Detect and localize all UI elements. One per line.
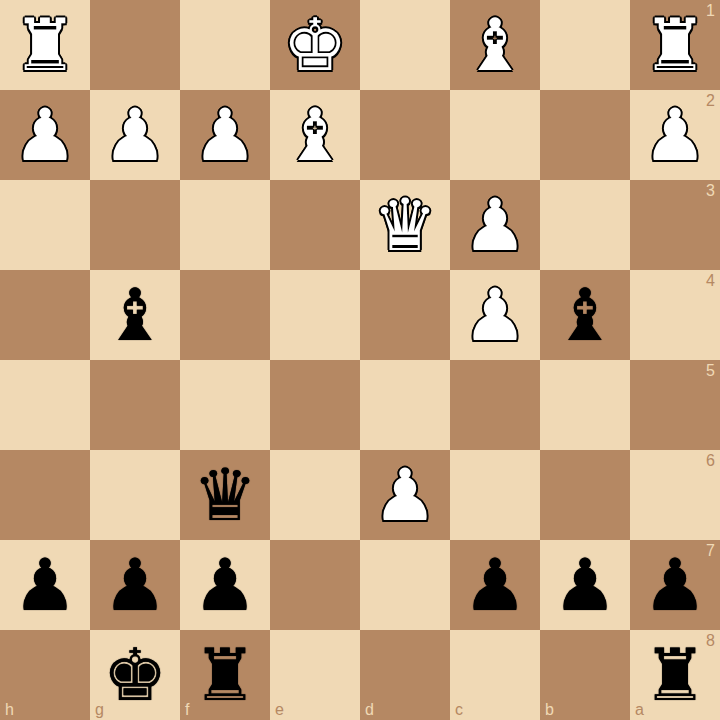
file-label-c: c <box>455 701 463 719</box>
square-d8[interactable]: d <box>360 630 450 720</box>
piece-white-pawn[interactable]: ♟ <box>463 270 528 360</box>
piece-white-pawn[interactable]: ♟ <box>643 90 708 180</box>
square-b5[interactable] <box>540 360 630 450</box>
square-h6[interactable] <box>0 450 90 540</box>
square-c2[interactable] <box>450 90 540 180</box>
square-c6[interactable] <box>450 450 540 540</box>
square-f2[interactable]: ♟ <box>180 90 270 180</box>
rank-label-8: 8 <box>706 632 715 650</box>
square-g4[interactable]: ♝ <box>90 270 180 360</box>
square-a2[interactable]: ♟2 <box>630 90 720 180</box>
piece-white-bishop[interactable]: ♝ <box>463 0 528 90</box>
piece-white-pawn[interactable]: ♟ <box>193 90 258 180</box>
piece-black-pawn[interactable]: ♟ <box>643 540 708 630</box>
piece-black-pawn[interactable]: ♟ <box>193 540 258 630</box>
square-g5[interactable] <box>90 360 180 450</box>
piece-black-queen[interactable]: ♛ <box>193 450 258 540</box>
square-e4[interactable] <box>270 270 360 360</box>
piece-white-pawn[interactable]: ♟ <box>13 90 78 180</box>
piece-white-pawn[interactable]: ♟ <box>463 180 528 270</box>
rank-label-5: 5 <box>706 362 715 380</box>
piece-black-rook[interactable]: ♜ <box>643 630 708 720</box>
rank-label-2: 2 <box>706 92 715 110</box>
square-d7[interactable] <box>360 540 450 630</box>
square-c8[interactable]: c <box>450 630 540 720</box>
square-f5[interactable] <box>180 360 270 450</box>
square-h8[interactable]: h <box>0 630 90 720</box>
square-c7[interactable]: ♟ <box>450 540 540 630</box>
square-f4[interactable] <box>180 270 270 360</box>
square-e8[interactable]: e <box>270 630 360 720</box>
piece-white-queen[interactable]: ♛ <box>373 180 438 270</box>
file-label-f: f <box>185 701 189 719</box>
square-f6[interactable]: ♛ <box>180 450 270 540</box>
square-b2[interactable] <box>540 90 630 180</box>
piece-white-bishop[interactable]: ♝ <box>283 90 348 180</box>
square-g2[interactable]: ♟ <box>90 90 180 180</box>
square-h3[interactable] <box>0 180 90 270</box>
piece-black-pawn[interactable]: ♟ <box>13 540 78 630</box>
rank-label-6: 6 <box>706 452 715 470</box>
square-e6[interactable] <box>270 450 360 540</box>
square-d5[interactable] <box>360 360 450 450</box>
square-c5[interactable] <box>450 360 540 450</box>
square-h7[interactable]: ♟ <box>0 540 90 630</box>
piece-black-pawn[interactable]: ♟ <box>103 540 168 630</box>
square-a8[interactable]: ♜a8 <box>630 630 720 720</box>
piece-white-rook[interactable]: ♜ <box>643 0 708 90</box>
piece-white-king[interactable]: ♚ <box>283 0 348 90</box>
square-c1[interactable]: ♝ <box>450 0 540 90</box>
square-a7[interactable]: ♟7 <box>630 540 720 630</box>
square-a6[interactable]: 6 <box>630 450 720 540</box>
piece-black-pawn[interactable]: ♟ <box>553 540 618 630</box>
square-e5[interactable] <box>270 360 360 450</box>
square-b6[interactable] <box>540 450 630 540</box>
square-e7[interactable] <box>270 540 360 630</box>
square-e3[interactable] <box>270 180 360 270</box>
piece-white-rook[interactable]: ♜ <box>13 0 78 90</box>
square-d4[interactable] <box>360 270 450 360</box>
piece-black-pawn[interactable]: ♟ <box>463 540 528 630</box>
file-label-h: h <box>5 701 14 719</box>
piece-black-king[interactable]: ♚ <box>103 630 168 720</box>
file-label-b: b <box>545 701 554 719</box>
square-h2[interactable]: ♟ <box>0 90 90 180</box>
square-g6[interactable] <box>90 450 180 540</box>
square-h4[interactable] <box>0 270 90 360</box>
square-h5[interactable] <box>0 360 90 450</box>
square-d6[interactable]: ♟ <box>360 450 450 540</box>
square-d2[interactable] <box>360 90 450 180</box>
piece-white-pawn[interactable]: ♟ <box>103 90 168 180</box>
square-h1[interactable]: ♜ <box>0 0 90 90</box>
square-b8[interactable]: b <box>540 630 630 720</box>
square-f8[interactable]: ♜f <box>180 630 270 720</box>
square-f1[interactable] <box>180 0 270 90</box>
square-d1[interactable] <box>360 0 450 90</box>
square-b3[interactable] <box>540 180 630 270</box>
piece-white-pawn[interactable]: ♟ <box>373 450 438 540</box>
square-b7[interactable]: ♟ <box>540 540 630 630</box>
square-b1[interactable] <box>540 0 630 90</box>
square-f7[interactable]: ♟ <box>180 540 270 630</box>
square-g1[interactable] <box>90 0 180 90</box>
rank-label-1: 1 <box>706 2 715 20</box>
square-b4[interactable]: ♝ <box>540 270 630 360</box>
chess-board: ♜♚♝♜1♟♟♟♝♟2♛♟3♝♟♝45♛♟6♟♟♟♟♟♟7h♚g♜fedcb♜a… <box>0 0 720 720</box>
square-c4[interactable]: ♟ <box>450 270 540 360</box>
square-a4[interactable]: 4 <box>630 270 720 360</box>
square-e2[interactable]: ♝ <box>270 90 360 180</box>
square-a5[interactable]: 5 <box>630 360 720 450</box>
square-g3[interactable] <box>90 180 180 270</box>
square-e1[interactable]: ♚ <box>270 0 360 90</box>
square-g8[interactable]: ♚g <box>90 630 180 720</box>
rank-label-7: 7 <box>706 542 715 560</box>
rank-label-4: 4 <box>706 272 715 290</box>
square-d3[interactable]: ♛ <box>360 180 450 270</box>
file-label-d: d <box>365 701 374 719</box>
square-g7[interactable]: ♟ <box>90 540 180 630</box>
square-c3[interactable]: ♟ <box>450 180 540 270</box>
piece-black-bishop[interactable]: ♝ <box>553 270 618 360</box>
rank-label-3: 3 <box>706 182 715 200</box>
square-a1[interactable]: ♜1 <box>630 0 720 90</box>
piece-black-bishop[interactable]: ♝ <box>103 270 168 360</box>
piece-black-rook[interactable]: ♜ <box>193 630 258 720</box>
square-a3[interactable]: 3 <box>630 180 720 270</box>
file-label-e: e <box>275 701 284 719</box>
square-f3[interactable] <box>180 180 270 270</box>
